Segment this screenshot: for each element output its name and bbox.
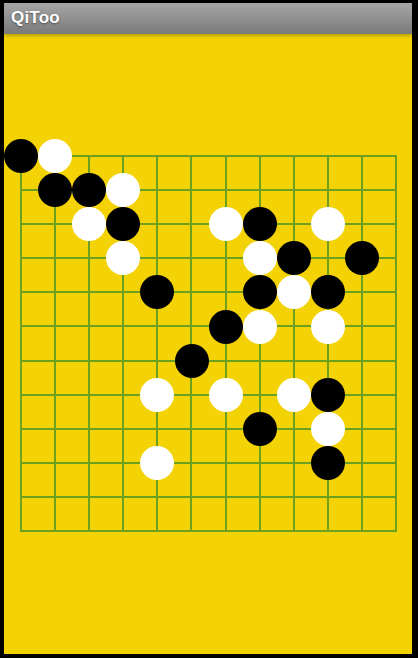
black-stone (72, 173, 106, 207)
black-stone (345, 241, 379, 275)
white-stone (243, 241, 277, 275)
black-stone (175, 344, 209, 378)
white-stone (209, 207, 243, 241)
app-title: QiToo (4, 3, 412, 33)
black-stone (311, 275, 345, 309)
black-stone (209, 310, 243, 344)
white-stone (277, 275, 311, 309)
white-stone (106, 173, 140, 207)
black-stone (4, 139, 38, 173)
black-stone (277, 241, 311, 275)
phone-screen: QiToo (0, 0, 418, 658)
white-stone (140, 378, 174, 412)
white-stone (311, 207, 345, 241)
white-stone (209, 378, 243, 412)
black-stone (243, 207, 277, 241)
white-stone (311, 310, 345, 344)
white-stone (72, 207, 106, 241)
white-stone (106, 241, 140, 275)
black-stone (140, 275, 174, 309)
title-bar: QiToo (4, 3, 412, 34)
black-stone (38, 173, 72, 207)
white-stone (243, 310, 277, 344)
black-stone (243, 275, 277, 309)
board-intersections[interactable] (4, 139, 412, 548)
white-stone (140, 446, 174, 480)
black-stone (311, 378, 345, 412)
white-stone (38, 139, 72, 173)
black-stone (311, 446, 345, 480)
go-board[interactable] (4, 34, 412, 654)
white-stone (277, 378, 311, 412)
black-stone (106, 207, 140, 241)
app-window: QiToo (4, 3, 412, 654)
white-stone (311, 412, 345, 446)
black-stone (243, 412, 277, 446)
